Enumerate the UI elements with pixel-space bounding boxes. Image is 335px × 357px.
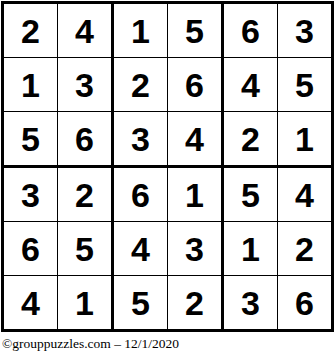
- cell-r3c1: 5: [4, 112, 58, 168]
- cell-r1c2: 4: [58, 4, 114, 58]
- cell-r6c5: 3: [224, 276, 278, 329]
- cell-r1c3: 1: [114, 4, 168, 58]
- cell-r3c5: 2: [224, 112, 278, 168]
- cell-r4c2: 2: [58, 168, 114, 222]
- cell-r3c6: 1: [278, 112, 331, 168]
- cell-r1c6: 3: [278, 4, 331, 58]
- cell-r5c4: 3: [168, 222, 224, 276]
- cell-r4c5: 5: [224, 168, 278, 222]
- cell-r6c2: 1: [58, 276, 114, 329]
- cell-r1c5: 6: [224, 4, 278, 58]
- cell-r5c5: 1: [224, 222, 278, 276]
- cell-r3c2: 6: [58, 112, 114, 168]
- cell-r4c6: 4: [278, 168, 331, 222]
- cell-r2c3: 2: [114, 58, 168, 112]
- cell-r2c5: 4: [224, 58, 278, 112]
- cell-r6c6: 6: [278, 276, 331, 329]
- cell-r6c3: 5: [114, 276, 168, 329]
- cell-r2c2: 3: [58, 58, 114, 112]
- cell-r4c4: 1: [168, 168, 224, 222]
- cell-r1c1: 2: [4, 4, 58, 58]
- cell-r5c2: 5: [58, 222, 114, 276]
- cell-r2c4: 6: [168, 58, 224, 112]
- cell-r1c4: 5: [168, 4, 224, 58]
- cell-r6c4: 2: [168, 276, 224, 329]
- cell-r3c4: 4: [168, 112, 224, 168]
- sudoku-board: 2 4 1 5 6 3 1 3 2 6 4 5 5 6 3 4 2 1 3 2 …: [1, 1, 334, 332]
- cell-r2c6: 5: [278, 58, 331, 112]
- cell-r5c6: 2: [278, 222, 331, 276]
- cell-r3c3: 3: [114, 112, 168, 168]
- copyright-text: ©grouppuzzles.com – 12/1/2020: [2, 336, 179, 352]
- cell-r5c1: 6: [4, 222, 58, 276]
- cell-r4c1: 3: [4, 168, 58, 222]
- cell-r2c1: 1: [4, 58, 58, 112]
- cell-r6c1: 4: [4, 276, 58, 329]
- cell-r4c3: 6: [114, 168, 168, 222]
- cell-r5c3: 4: [114, 222, 168, 276]
